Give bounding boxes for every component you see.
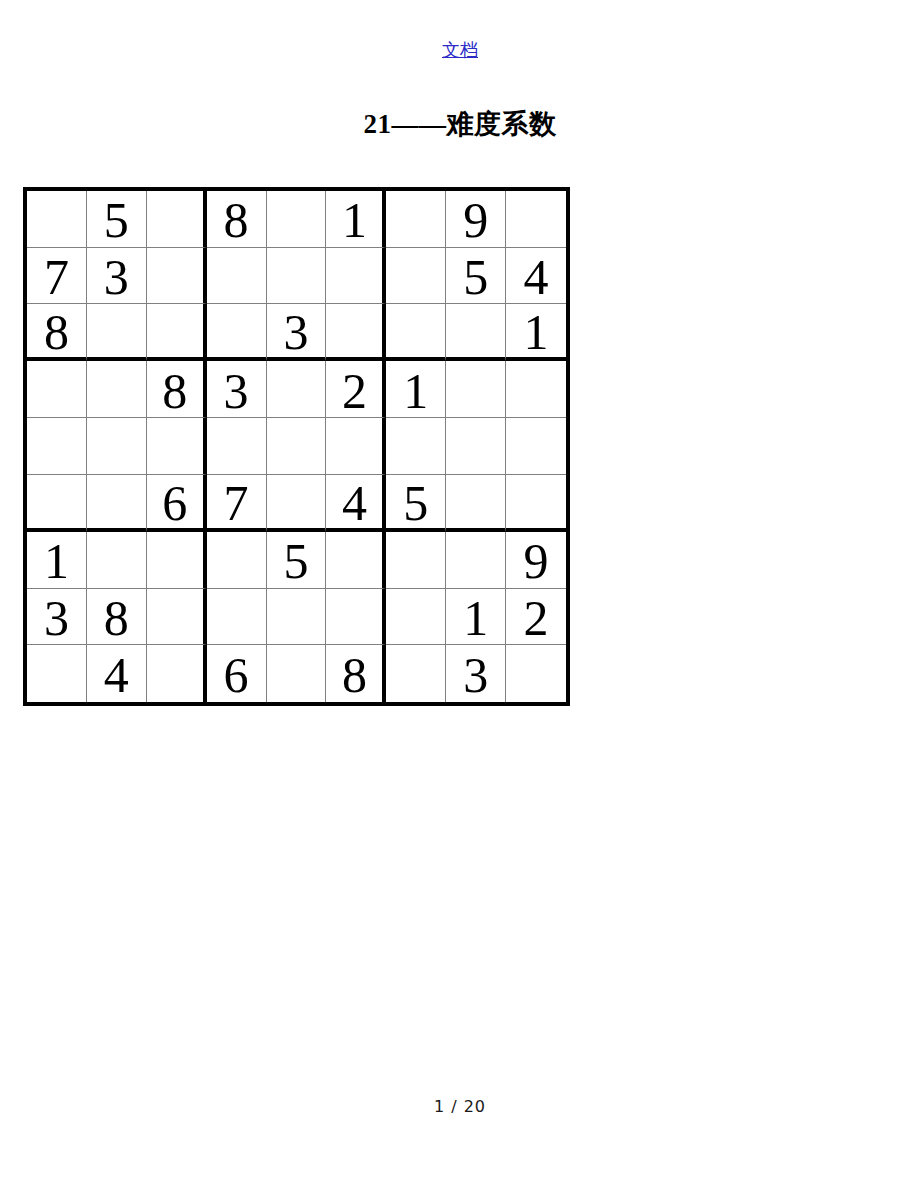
- sudoku-cell-r5c8[interactable]: [446, 418, 506, 475]
- sudoku-cell-r2c4[interactable]: [207, 248, 267, 305]
- sudoku-cell-r6c8[interactable]: [446, 475, 506, 532]
- sudoku-cell-r6c3[interactable]: 6: [147, 475, 207, 532]
- sudoku-cell-r3c6[interactable]: [326, 304, 386, 361]
- sudoku-cell-r8c1[interactable]: 3: [27, 589, 87, 646]
- sudoku-cell-r3c7[interactable]: [386, 304, 446, 361]
- sudoku-cell-r1c9[interactable]: [506, 191, 566, 248]
- sudoku-cell-r4c1[interactable]: [27, 361, 87, 418]
- sudoku-cell-r6c7[interactable]: 5: [386, 475, 446, 532]
- sudoku-cell-r9c9[interactable]: [506, 645, 566, 702]
- sudoku-cell-r7c6[interactable]: [326, 532, 386, 589]
- sudoku-cell-r3c1[interactable]: 8: [27, 304, 87, 361]
- sudoku-cell-r2c8[interactable]: 5: [446, 248, 506, 305]
- sudoku-cell-r5c7[interactable]: [386, 418, 446, 475]
- sudoku-cell-r1c1[interactable]: [27, 191, 87, 248]
- document-link[interactable]: 文档: [442, 40, 478, 60]
- sudoku-cell-r7c9[interactable]: 9: [506, 532, 566, 589]
- sudoku-cell-r5c6[interactable]: [326, 418, 386, 475]
- sudoku-cell-r7c4[interactable]: [207, 532, 267, 589]
- page-footer: 1 / 20: [0, 1097, 920, 1116]
- title-row: 21——难度系数: [0, 106, 920, 142]
- sudoku-cell-r1c8[interactable]: 9: [446, 191, 506, 248]
- sudoku-cell-r4c8[interactable]: [446, 361, 506, 418]
- sudoku-cell-r2c6[interactable]: [326, 248, 386, 305]
- sudoku-cell-r3c9[interactable]: 1: [506, 304, 566, 361]
- document-header: 文档: [0, 38, 920, 62]
- sudoku-cell-r4c9[interactable]: [506, 361, 566, 418]
- sudoku-cell-r6c4[interactable]: 7: [207, 475, 267, 532]
- sudoku-cell-r8c5[interactable]: [267, 589, 327, 646]
- sudoku-cell-r7c2[interactable]: [87, 532, 147, 589]
- sudoku-cell-r8c7[interactable]: [386, 589, 446, 646]
- sudoku-cell-r2c5[interactable]: [267, 248, 327, 305]
- sudoku-cell-r6c5[interactable]: [267, 475, 327, 532]
- sudoku-cell-r3c5[interactable]: 3: [267, 304, 327, 361]
- sudoku-cell-r7c8[interactable]: [446, 532, 506, 589]
- sudoku-cell-r4c4[interactable]: 3: [207, 361, 267, 418]
- sudoku-cell-r1c5[interactable]: [267, 191, 327, 248]
- sudoku-cell-r9c8[interactable]: 3: [446, 645, 506, 702]
- sudoku-cell-r9c2[interactable]: 4: [87, 645, 147, 702]
- sudoku-cell-r3c2[interactable]: [87, 304, 147, 361]
- sudoku-cell-r6c2[interactable]: [87, 475, 147, 532]
- sudoku-cell-r1c7[interactable]: [386, 191, 446, 248]
- sudoku-cell-r9c1[interactable]: [27, 645, 87, 702]
- sudoku-cell-r4c3[interactable]: 8: [147, 361, 207, 418]
- sudoku-cell-r9c4[interactable]: 6: [207, 645, 267, 702]
- sudoku-cell-r2c2[interactable]: 3: [87, 248, 147, 305]
- sudoku-cell-r8c2[interactable]: 8: [87, 589, 147, 646]
- sudoku-cell-r5c5[interactable]: [267, 418, 327, 475]
- sudoku-cell-r4c2[interactable]: [87, 361, 147, 418]
- sudoku-cell-r8c8[interactable]: 1: [446, 589, 506, 646]
- sudoku-cell-r8c6[interactable]: [326, 589, 386, 646]
- sudoku-cell-r6c6[interactable]: 4: [326, 475, 386, 532]
- sudoku-cell-r9c7[interactable]: [386, 645, 446, 702]
- sudoku-cell-r8c4[interactable]: [207, 589, 267, 646]
- sudoku-cell-r3c3[interactable]: [147, 304, 207, 361]
- sudoku-cell-r5c9[interactable]: [506, 418, 566, 475]
- sudoku-cell-r3c8[interactable]: [446, 304, 506, 361]
- sudoku-cell-r7c7[interactable]: [386, 532, 446, 589]
- sudoku-cell-r1c4[interactable]: 8: [207, 191, 267, 248]
- sudoku-cell-r7c3[interactable]: [147, 532, 207, 589]
- sudoku-cell-r2c9[interactable]: 4: [506, 248, 566, 305]
- sudoku-cell-r8c9[interactable]: 2: [506, 589, 566, 646]
- sudoku-cell-r1c3[interactable]: [147, 191, 207, 248]
- sudoku-cell-r7c5[interactable]: 5: [267, 532, 327, 589]
- sudoku-cell-r6c1[interactable]: [27, 475, 87, 532]
- sudoku-cell-r5c2[interactable]: [87, 418, 147, 475]
- sudoku-cell-r9c6[interactable]: 8: [326, 645, 386, 702]
- sudoku-cell-r8c3[interactable]: [147, 589, 207, 646]
- sudoku-cell-r1c6[interactable]: 1: [326, 191, 386, 248]
- sudoku-cell-r3c4[interactable]: [207, 304, 267, 361]
- sudoku-cell-r2c3[interactable]: [147, 248, 207, 305]
- page-number: 1 / 20: [434, 1097, 486, 1116]
- sudoku-grid: 581973548318321674515938124683: [23, 187, 570, 706]
- sudoku-cell-r4c7[interactable]: 1: [386, 361, 446, 418]
- page-title: 21——难度系数: [364, 109, 557, 139]
- sudoku-cell-r2c7[interactable]: [386, 248, 446, 305]
- sudoku-cell-r1c2[interactable]: 5: [87, 191, 147, 248]
- sudoku-cell-r4c5[interactable]: [267, 361, 327, 418]
- sudoku-cell-r9c3[interactable]: [147, 645, 207, 702]
- sudoku-cell-r9c5[interactable]: [267, 645, 327, 702]
- sudoku-cell-r5c3[interactable]: [147, 418, 207, 475]
- sudoku-cell-r6c9[interactable]: [506, 475, 566, 532]
- sudoku-cell-r2c1[interactable]: 7: [27, 248, 87, 305]
- sudoku-cell-r7c1[interactable]: 1: [27, 532, 87, 589]
- sudoku-cell-r5c4[interactable]: [207, 418, 267, 475]
- sudoku-cell-r4c6[interactable]: 2: [326, 361, 386, 418]
- sudoku-cell-r5c1[interactable]: [27, 418, 87, 475]
